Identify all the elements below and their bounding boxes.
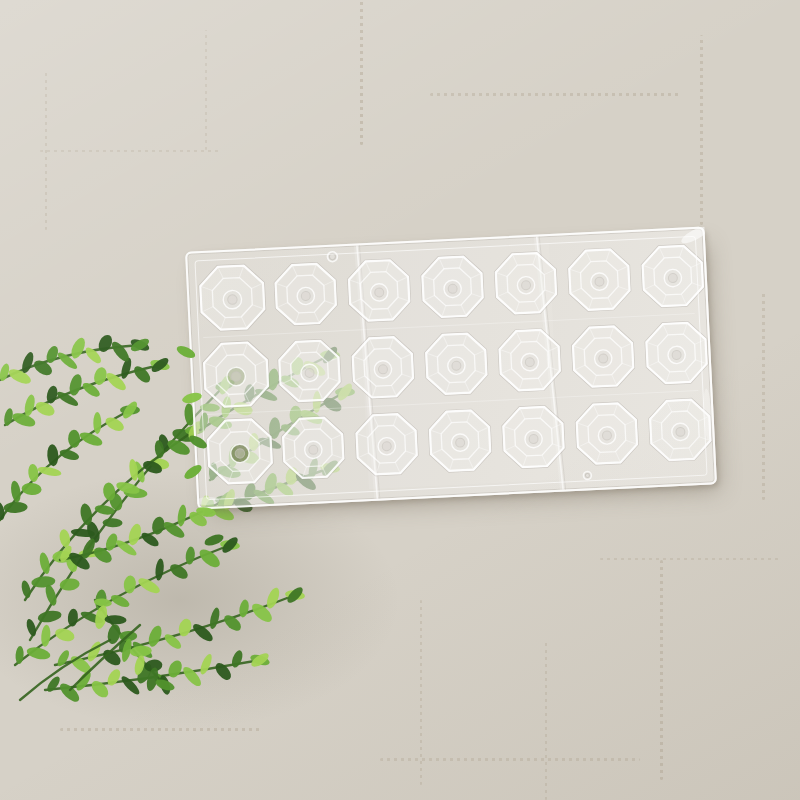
plant-leaf [182,462,204,481]
plant-leaf [175,344,197,361]
plant-leaf [187,433,209,451]
photo-canvas [0,0,800,800]
plant-leaf [203,532,225,547]
plant-leaf [181,391,203,405]
front-leaves [0,0,800,800]
plant-leaf [195,506,216,519]
